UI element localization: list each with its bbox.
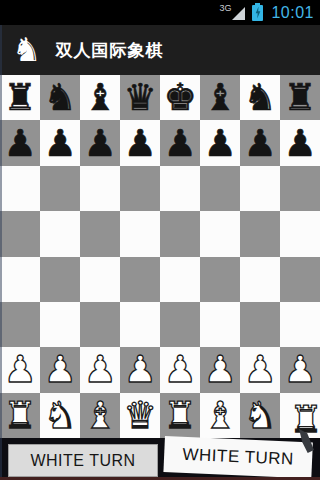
black-queen-piece[interactable]: ♛ <box>123 79 156 116</box>
square-f3[interactable] <box>200 302 240 347</box>
square-a1[interactable]: ♜ <box>0 393 40 438</box>
network-type-label: 3G <box>219 3 231 13</box>
status-clock: 10:01 <box>271 4 314 22</box>
phone-screen: 3G 10:01 ♞ 双人国际象棋 ♜♞♝♛♚♝♞♜♟♟♟♟♟♟♟♟♟♟♟♟♟♟… <box>0 0 320 480</box>
square-f4[interactable] <box>200 257 240 302</box>
black-pawn-piece[interactable]: ♟ <box>83 125 116 162</box>
square-h2[interactable]: ♟ <box>280 347 320 392</box>
square-e2[interactable]: ♟ <box>160 347 200 392</box>
square-e5[interactable] <box>160 211 200 256</box>
square-h4[interactable] <box>280 257 320 302</box>
white-pawn-piece[interactable]: ♟ <box>3 351 36 388</box>
square-f1[interactable]: ♝ <box>200 393 240 438</box>
square-a2[interactable]: ♟ <box>0 347 40 392</box>
square-b3[interactable] <box>40 302 80 347</box>
chess-board[interactable]: ♜♞♝♛♚♝♞♜♟♟♟♟♟♟♟♟♟♟♟♟♟♟♟♟♜♞♝♛♜♝♞♜ <box>0 75 320 438</box>
white-pawn-piece[interactable]: ♟ <box>43 351 76 388</box>
square-h8[interactable]: ♜ <box>280 75 320 120</box>
square-e4[interactable] <box>160 257 200 302</box>
square-c8[interactable]: ♝ <box>80 75 120 120</box>
turn-status-left: WHITE TURN <box>8 444 158 477</box>
square-h5[interactable] <box>280 211 320 256</box>
square-g4[interactable] <box>240 257 280 302</box>
square-g7[interactable]: ♟ <box>240 120 280 165</box>
square-a3[interactable] <box>0 302 40 347</box>
black-pawn-piece[interactable]: ♟ <box>123 125 156 162</box>
app-title: 双人国际象棋 <box>56 39 164 62</box>
square-g6[interactable] <box>240 166 280 211</box>
white-pawn-piece[interactable]: ♟ <box>163 351 196 388</box>
black-pawn-piece[interactable]: ♟ <box>163 125 196 162</box>
square-b6[interactable] <box>40 166 80 211</box>
square-e1[interactable]: ♜ <box>160 393 200 438</box>
square-e8[interactable]: ♚ <box>160 75 200 120</box>
white-pawn-piece[interactable]: ♟ <box>83 351 116 388</box>
square-f2[interactable]: ♟ <box>200 347 240 392</box>
square-d4[interactable] <box>120 257 160 302</box>
square-b4[interactable] <box>40 257 80 302</box>
square-b2[interactable]: ♟ <box>40 347 80 392</box>
square-c2[interactable]: ♟ <box>80 347 120 392</box>
black-knight-piece[interactable]: ♞ <box>43 79 76 116</box>
square-a5[interactable] <box>0 211 40 256</box>
square-h6[interactable] <box>280 166 320 211</box>
square-d5[interactable] <box>120 211 160 256</box>
signal-strength-icon <box>232 7 245 20</box>
square-g8[interactable]: ♞ <box>240 75 280 120</box>
square-h7[interactable]: ♟ <box>280 120 320 165</box>
square-c1[interactable]: ♝ <box>80 393 120 438</box>
square-h3[interactable] <box>280 302 320 347</box>
black-knight-piece[interactable]: ♞ <box>243 79 276 116</box>
white-pawn-piece[interactable]: ♟ <box>123 351 156 388</box>
white-knight-icon: ♞ <box>12 25 42 75</box>
square-e7[interactable]: ♟ <box>160 120 200 165</box>
battery-cap <box>255 3 260 5</box>
square-c6[interactable] <box>80 166 120 211</box>
square-g1[interactable]: ♞ <box>240 393 280 438</box>
square-c3[interactable] <box>80 302 120 347</box>
square-g3[interactable] <box>240 302 280 347</box>
battery-charging-icon <box>252 5 263 21</box>
square-f8[interactable]: ♝ <box>200 75 240 120</box>
square-b5[interactable] <box>40 211 80 256</box>
square-c4[interactable] <box>80 257 120 302</box>
square-a4[interactable] <box>0 257 40 302</box>
white-bishop-piece[interactable]: ♝ <box>203 397 236 434</box>
charging-bolt-icon <box>254 7 261 19</box>
black-rook-piece[interactable]: ♜ <box>283 79 316 116</box>
black-pawn-piece[interactable]: ♟ <box>203 125 236 162</box>
black-pawn-piece[interactable]: ♟ <box>243 125 276 162</box>
square-e3[interactable] <box>160 302 200 347</box>
black-pawn-piece[interactable]: ♟ <box>43 125 76 162</box>
white-knight-piece[interactable]: ♞ <box>243 397 276 434</box>
black-pawn-piece[interactable]: ♟ <box>283 125 316 162</box>
square-d3[interactable] <box>120 302 160 347</box>
black-rook-piece[interactable]: ♜ <box>3 79 36 116</box>
square-b1[interactable]: ♞ <box>40 393 80 438</box>
black-bishop-piece[interactable]: ♝ <box>83 79 116 116</box>
status-bar: 3G 10:01 <box>0 0 320 25</box>
square-f6[interactable] <box>200 166 240 211</box>
white-pawn-piece[interactable]: ♟ <box>203 351 236 388</box>
white-rook-piece[interactable]: ♜ <box>3 397 36 434</box>
square-f7[interactable]: ♟ <box>200 120 240 165</box>
square-c7[interactable]: ♟ <box>80 120 120 165</box>
square-d7[interactable]: ♟ <box>120 120 160 165</box>
white-rook-piece[interactable]: ♜ <box>163 397 196 434</box>
black-bishop-piece[interactable]: ♝ <box>203 79 236 116</box>
black-king-piece[interactable]: ♚ <box>163 79 196 116</box>
square-b7[interactable]: ♟ <box>40 120 80 165</box>
square-d6[interactable] <box>120 166 160 211</box>
white-pawn-piece[interactable]: ♟ <box>243 351 276 388</box>
square-d8[interactable]: ♛ <box>120 75 160 120</box>
square-b8[interactable]: ♞ <box>40 75 80 120</box>
square-f5[interactable] <box>200 211 240 256</box>
app-title-bar: ♞ 双人国际象棋 <box>0 25 320 75</box>
square-g5[interactable] <box>240 211 280 256</box>
square-d2[interactable]: ♟ <box>120 347 160 392</box>
white-knight-piece[interactable]: ♞ <box>43 397 76 434</box>
bottom-bar: WHITE TURN WHITE TURN <box>0 438 320 480</box>
square-a7[interactable]: ♟ <box>0 120 40 165</box>
square-c5[interactable] <box>80 211 120 256</box>
square-e6[interactable] <box>160 166 200 211</box>
white-queen-piece[interactable]: ♛ <box>123 397 156 434</box>
turn-status-right: WHITE TURN <box>163 436 312 478</box>
square-a8[interactable]: ♜ <box>0 75 40 120</box>
square-g2[interactable]: ♟ <box>240 347 280 392</box>
white-pawn-piece[interactable]: ♟ <box>283 351 316 388</box>
black-pawn-piece[interactable]: ♟ <box>3 125 36 162</box>
square-a6[interactable] <box>0 166 40 211</box>
square-d1[interactable]: ♛ <box>120 393 160 438</box>
white-bishop-piece[interactable]: ♝ <box>83 397 116 434</box>
